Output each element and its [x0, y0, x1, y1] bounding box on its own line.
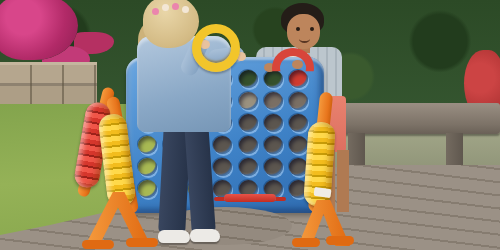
hole-r4c6 [264, 136, 283, 154]
hole-r5c1 [138, 158, 157, 176]
hole-r3c5 [239, 114, 258, 132]
hole-r4c5 [239, 136, 258, 154]
girl-shoe [158, 230, 190, 243]
hole-r5c4 [213, 158, 232, 176]
hole-r4c7 [289, 136, 308, 154]
hole-r4c1 [138, 136, 157, 154]
hole-r1c6 [264, 70, 283, 88]
hole-r5c5 [239, 158, 258, 176]
boy-eye [310, 27, 314, 31]
boy-leg [337, 150, 349, 212]
hole-r3c6 [264, 114, 283, 132]
hole-r2c6 [264, 92, 283, 110]
leg-foot [82, 240, 114, 249]
boy-face [287, 14, 320, 49]
boy-smile [299, 35, 310, 43]
leg-foot [126, 238, 158, 247]
outdoor-photo-scene [0, 0, 500, 250]
garden-wall [0, 62, 97, 109]
release-slider [224, 194, 276, 202]
bench-leg [348, 133, 365, 167]
flower-crown [182, 6, 189, 13]
hole-r5c6 [264, 158, 283, 176]
flower-crown [172, 3, 179, 10]
flower-crown [162, 4, 169, 11]
hole-r2c7 [289, 92, 308, 110]
wooden-bench [332, 103, 500, 134]
hole-r6c1 [138, 180, 157, 198]
flower-crown [152, 8, 159, 15]
girl-shoe [190, 229, 220, 242]
boy-eye [296, 27, 300, 31]
leg-foot [326, 236, 354, 245]
hole-r4c4 [213, 136, 232, 154]
held-yellow-ring [192, 24, 240, 72]
hole-r1c5 [239, 70, 258, 88]
hole-r3c7 [289, 114, 308, 132]
leg-foot [292, 238, 320, 247]
bench-leg [446, 133, 463, 167]
hole-r1c7 [289, 70, 308, 88]
hole-r2c5 [239, 92, 258, 110]
